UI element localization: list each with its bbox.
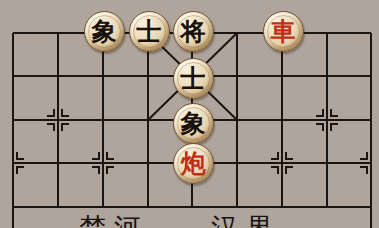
piece-glyph: 車: [271, 12, 296, 51]
piece-black-advisor-2[interactable]: 士: [173, 58, 214, 99]
piece-red-chariot[interactable]: 車: [263, 11, 304, 52]
piece-glyph: 士: [137, 12, 162, 51]
piece-glyph: 象: [92, 12, 117, 51]
piece-glyph: 将: [181, 12, 206, 51]
river-border-extensions: [13, 207, 371, 228]
river-label-han: 汉界: [211, 210, 281, 228]
piece-red-cannon[interactable]: 炮: [173, 143, 214, 184]
piece-black-elephant-2[interactable]: 象: [173, 103, 214, 144]
piece-glyph: 炮: [181, 144, 206, 183]
xiangqi-board: 楚河 汉界 象 士 将 車 士 象 炮: [0, 0, 379, 228]
piece-black-general[interactable]: 将: [173, 11, 214, 52]
piece-black-advisor[interactable]: 士: [129, 11, 170, 52]
piece-black-elephant[interactable]: 象: [84, 11, 125, 52]
piece-glyph: 象: [181, 104, 206, 143]
river-label-chu: 楚河: [79, 210, 149, 228]
piece-glyph: 士: [181, 59, 206, 98]
